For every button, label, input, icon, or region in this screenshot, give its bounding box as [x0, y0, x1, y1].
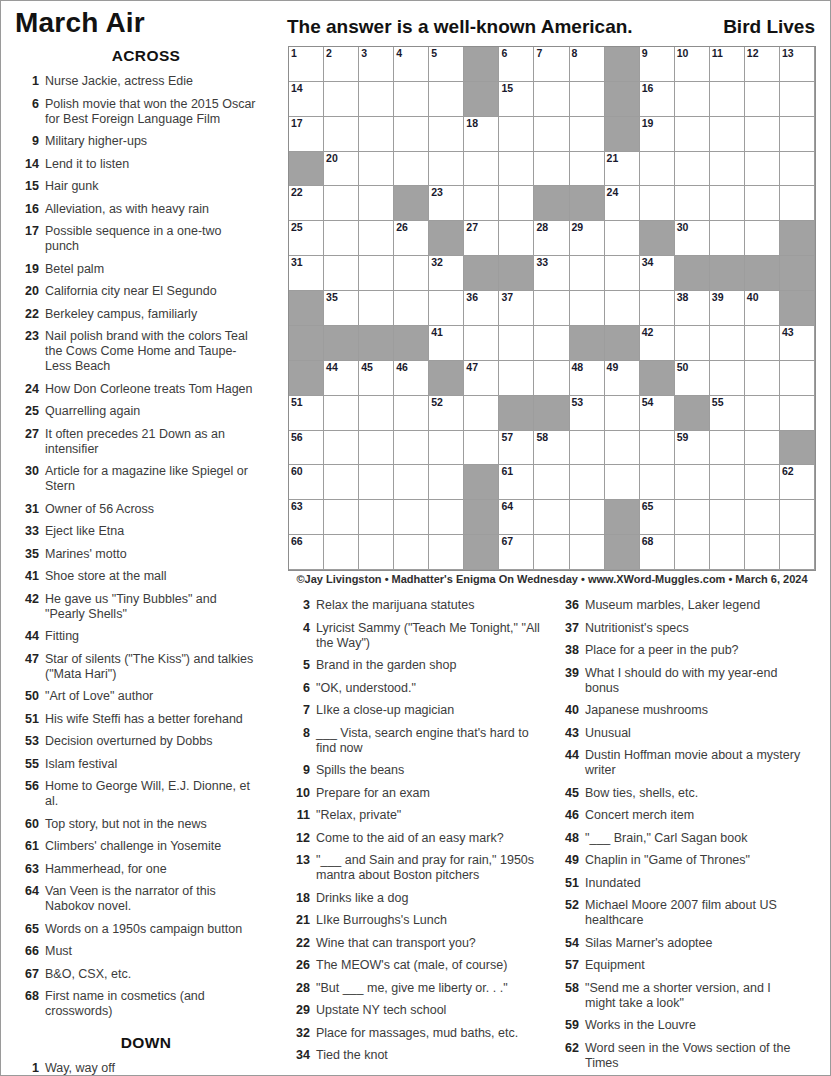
across-clue-column: ACROSS 1Nurse Jackie, actress Edie6Polis… [13, 47, 279, 1076]
grid-cell-r11c5[interactable]: 52 [429, 396, 464, 431]
grid-cell-r13c4[interactable] [394, 465, 429, 500]
grid-cell-r12c14[interactable] [745, 431, 780, 466]
clue-text: Chaplin in "Game of Thrones" [585, 853, 750, 868]
grid-cell-r11c13[interactable]: 55 [710, 396, 745, 431]
grid-cell-r11c9[interactable]: 53 [570, 396, 605, 431]
grid-cell-r3c15[interactable] [780, 117, 815, 152]
grid-cell-r11c14[interactable] [745, 396, 780, 431]
across-clue-63: 63Hammerhead, for one [13, 862, 279, 877]
grid-cell-r1c15[interactable]: 13 [780, 47, 815, 82]
grid-cell-r7c10[interactable] [605, 256, 640, 291]
down-clue-column-middle: 3Relax the marijuana statutes4Lyricist S… [286, 598, 549, 1071]
grid-cell-r10c11-black [640, 361, 675, 396]
across-clue-42: 42He gave us "Tiny Bubbles" and "Pearly … [13, 592, 279, 622]
grid-cell-r13c12[interactable] [675, 465, 710, 500]
cell-number-13: 13 [782, 47, 794, 59]
grid-cell-r10c2[interactable]: 44 [324, 361, 359, 396]
grid-cell-r5c12[interactable] [675, 186, 710, 221]
grid-cell-r11c1[interactable]: 51 [289, 396, 324, 431]
clue-text: Prepare for an exam [316, 786, 430, 801]
grid-cell-r8c5[interactable] [429, 291, 464, 326]
grid-cell-r13c13[interactable] [710, 465, 745, 500]
grid-cell-r7c15-black [780, 256, 815, 291]
grid-cell-r2c12[interactable] [675, 82, 710, 117]
grid-cell-r9c6[interactable] [464, 326, 499, 361]
grid-cell-r2c5[interactable] [429, 82, 464, 117]
grid-cell-r13c7[interactable]: 61 [499, 465, 534, 500]
grid-cell-r13c10[interactable] [605, 465, 640, 500]
grid-cell-r4c9[interactable] [570, 152, 605, 187]
clue-number: 53 [13, 734, 39, 749]
clue-number: 15 [13, 179, 39, 194]
grid-cell-r5c5[interactable]: 23 [429, 186, 464, 221]
grid-cell-r10c15[interactable] [780, 361, 815, 396]
grid-cell-r5c2[interactable] [324, 186, 359, 221]
grid-cell-r12c10[interactable] [605, 431, 640, 466]
grid-cell-r4c6[interactable] [464, 152, 499, 187]
grid-cell-r5c10[interactable]: 24 [605, 186, 640, 221]
clue-text: "OK, understood." [316, 681, 416, 696]
grid-cell-r12c4[interactable] [394, 431, 429, 466]
grid-cell-r13c5[interactable] [429, 465, 464, 500]
grid-cell-r2c13[interactable] [710, 82, 745, 117]
grid-cell-r5c6[interactable] [464, 186, 499, 221]
grid-cell-r1c3[interactable]: 3 [359, 47, 394, 82]
grid-cell-r12c11[interactable] [640, 431, 675, 466]
grid-cell-r8c2[interactable]: 35 [324, 291, 359, 326]
grid-cell-r13c8[interactable] [534, 465, 569, 500]
grid-cell-r9c15[interactable]: 43 [780, 326, 815, 361]
grid-cell-r11c6[interactable] [464, 396, 499, 431]
grid-cell-r8c14[interactable]: 40 [745, 291, 780, 326]
clue-number: 51 [555, 876, 579, 891]
grid-cell-r11c2[interactable] [324, 396, 359, 431]
grid-cell-r10c9[interactable]: 48 [570, 361, 605, 396]
grid-cell-r10c7[interactable] [499, 361, 534, 396]
grid-cell-r3c4[interactable] [394, 117, 429, 152]
grid-cell-r6c4[interactable]: 26 [394, 221, 429, 256]
clue-number: 44 [555, 748, 579, 778]
grid-cell-r3c14[interactable] [745, 117, 780, 152]
grid-cell-r9c7[interactable] [499, 326, 534, 361]
grid-cell-r10c8[interactable] [534, 361, 569, 396]
down-clue-29: 29Upstate NY tech school [286, 1003, 549, 1018]
grid-cell-r3c1[interactable]: 17 [289, 117, 324, 152]
across-clue-50: 50"Art of Love" author [13, 689, 279, 704]
grid-cell-r1c8[interactable]: 7 [534, 47, 569, 82]
clue-number: 17 [13, 224, 39, 254]
grid-cell-r6c13[interactable] [710, 221, 745, 256]
grid-cell-r10c14[interactable] [745, 361, 780, 396]
down-clue-13: 13"___ and Sain and pray for rain," 1950… [286, 853, 549, 883]
grid-cell-r1c9[interactable]: 8 [570, 47, 605, 82]
grid-cell-r5c3[interactable] [359, 186, 394, 221]
cell-number-67: 67 [501, 535, 513, 547]
grid-cell-r1c11[interactable]: 9 [640, 47, 675, 82]
cell-number-8: 8 [572, 47, 578, 59]
down-clue-10: 10Prepare for an exam [286, 786, 549, 801]
cell-number-40: 40 [747, 291, 759, 303]
grid-cell-r14c10-black [605, 500, 640, 535]
clue-text: Berkeley campus, familiarly [45, 307, 197, 322]
grid-cell-r8c1-black [289, 291, 324, 326]
grid-cell-r1c5[interactable]: 5 [429, 47, 464, 82]
grid-cell-r2c4[interactable] [394, 82, 429, 117]
grid-cell-r13c11[interactable] [640, 465, 675, 500]
grid-cell-r8c9[interactable] [570, 291, 605, 326]
grid-cell-r8c12[interactable]: 38 [675, 291, 710, 326]
cell-number-1: 1 [291, 47, 297, 59]
clue-number: 65 [13, 922, 39, 937]
grid-cell-r12c7[interactable]: 57 [499, 431, 534, 466]
clue-text: He gave us "Tiny Bubbles" and "Pearly Sh… [45, 592, 257, 622]
clue-text: Words on a 1950s campaign button [45, 922, 242, 937]
grid-cell-r9c4-black [394, 326, 429, 361]
clue-text: "Art of Love" author [45, 689, 153, 704]
clue-text: First name in cosmetics (and crosswords) [45, 989, 257, 1019]
grid-cell-r14c13[interactable] [710, 500, 745, 535]
grid-cell-r10c6[interactable]: 47 [464, 361, 499, 396]
grid-cell-r11c10[interactable] [605, 396, 640, 431]
grid-cell-r4c10[interactable]: 21 [605, 152, 640, 187]
grid-cell-r4c13[interactable] [710, 152, 745, 187]
down-clue-38: 38Place for a peer in the pub? [555, 643, 828, 658]
grid-cell-r12c9[interactable] [570, 431, 605, 466]
grid-cell-r14c11[interactable]: 65 [640, 500, 675, 535]
grid-cell-r4c5[interactable] [429, 152, 464, 187]
cell-number-53: 53 [572, 396, 584, 408]
down-clue-51: 51Inundated [555, 876, 828, 891]
clue-number: 54 [555, 936, 579, 951]
clue-number: 59 [555, 1018, 579, 1033]
grid-cell-r15c15[interactable] [780, 535, 815, 570]
grid-cell-r5c11[interactable] [640, 186, 675, 221]
grid-cell-r4c14[interactable] [745, 152, 780, 187]
grid-cell-r2c15[interactable] [780, 82, 815, 117]
clue-text: Museum marbles, Laker legend [585, 598, 760, 613]
cell-number-20: 20 [326, 152, 338, 164]
grid-cell-r7c8[interactable]: 33 [534, 256, 569, 291]
grid-cell-r14c4[interactable] [394, 500, 429, 535]
grid-cell-r4c8[interactable] [534, 152, 569, 187]
grid-cell-r9c13[interactable] [710, 326, 745, 361]
clue-text: Lyricist Sammy ("Teach Me Tonight," "All… [316, 621, 542, 651]
grid-cell-r7c5[interactable]: 32 [429, 256, 464, 291]
grid-cell-r10c4[interactable]: 46 [394, 361, 429, 396]
across-clue-27: 27It often precedes 21 Down as an intens… [13, 427, 279, 457]
cell-number-54: 54 [642, 396, 654, 408]
grid-cell-r15c12[interactable] [675, 535, 710, 570]
grid-cell-r11c11[interactable]: 54 [640, 396, 675, 431]
clue-text: Fitting [45, 629, 79, 644]
grid-cell-r12c1[interactable]: 56 [289, 431, 324, 466]
grid-cell-r13c9[interactable] [570, 465, 605, 500]
grid-cell-r1c14[interactable]: 12 [745, 47, 780, 82]
grid-cell-r2c1[interactable]: 14 [289, 82, 324, 117]
grid-cell-r3c3[interactable] [359, 117, 394, 152]
grid-cell-r8c3[interactable] [359, 291, 394, 326]
grid-cell-r5c14[interactable] [745, 186, 780, 221]
grid-cell-r3c6[interactable]: 18 [464, 117, 499, 152]
down-clue-9: 9Spills the beans [286, 763, 549, 778]
grid-cell-r13c14[interactable] [745, 465, 780, 500]
clue-number: 67 [13, 967, 39, 982]
grid-cell-r3c9[interactable] [570, 117, 605, 152]
clue-text: Upstate NY tech school [316, 1003, 446, 1018]
grid-cell-r12c3[interactable] [359, 431, 394, 466]
grid-cell-r5c7[interactable] [499, 186, 534, 221]
grid-cell-r15c3[interactable] [359, 535, 394, 570]
clue-number: 46 [555, 808, 579, 823]
grid-cell-r1c7[interactable]: 6 [499, 47, 534, 82]
clue-number: 4 [286, 621, 310, 651]
across-clue-20: 20California city near El Segundo [13, 284, 279, 299]
grid-cell-r10c12[interactable]: 50 [675, 361, 710, 396]
grid-cell-r2c14[interactable] [745, 82, 780, 117]
grid-cell-r6c14[interactable] [745, 221, 780, 256]
grid-cell-r7c4[interactable] [394, 256, 429, 291]
grid-cell-r13c15[interactable]: 62 [780, 465, 815, 500]
grid-cell-r8c8[interactable] [534, 291, 569, 326]
grid-cell-r2c7[interactable]: 15 [499, 82, 534, 117]
down-clue-7: 7LIke a close-up magician [286, 703, 549, 718]
grid-cell-r7c11[interactable]: 34 [640, 256, 675, 291]
grid-cell-r4c3[interactable] [359, 152, 394, 187]
grid-cell-r2c11[interactable]: 16 [640, 82, 675, 117]
grid-cell-r14c9[interactable] [570, 500, 605, 535]
grid-cell-r13c1[interactable]: 60 [289, 465, 324, 500]
grid-cell-r7c2[interactable] [324, 256, 359, 291]
grid-cell-r13c2[interactable] [324, 465, 359, 500]
clue-number: 51 [13, 712, 39, 727]
grid-cell-r4c7[interactable] [499, 152, 534, 187]
grid-cell-r15c4[interactable] [394, 535, 429, 570]
crossword-grid: 1234567891011121314151617181920212223242… [288, 46, 816, 571]
grid-cell-r5c1[interactable]: 22 [289, 186, 324, 221]
across-clue-16: 16Alleviation, as with heavy rain [13, 202, 279, 217]
down-clue-5: 5Brand in the garden shop [286, 658, 549, 673]
grid-cell-r6c7[interactable] [499, 221, 534, 256]
grid-cell-r1c12[interactable]: 10 [675, 47, 710, 82]
grid-cell-r12c8[interactable]: 58 [534, 431, 569, 466]
clue-text: Hair gunk [45, 179, 99, 194]
grid-cell-r8c4[interactable] [394, 291, 429, 326]
grid-cell-r2c8[interactable] [534, 82, 569, 117]
grid-cell-r2c3[interactable] [359, 82, 394, 117]
clue-number: 66 [13, 944, 39, 959]
cell-number-7: 7 [536, 47, 542, 59]
grid-cell-r10c10[interactable]: 49 [605, 361, 640, 396]
grid-cell-r8c10[interactable] [605, 291, 640, 326]
grid-cell-r15c7[interactable]: 67 [499, 535, 534, 570]
down-clue-12: 12Come to the aid of an easy mark? [286, 831, 549, 846]
grid-cell-r9c9-black [570, 326, 605, 361]
clue-number: 1 [13, 1061, 39, 1076]
grid-cell-r2c2[interactable] [324, 82, 359, 117]
grid-cell-r9c11[interactable]: 42 [640, 326, 675, 361]
grid-cell-r9c12[interactable] [675, 326, 710, 361]
cell-number-36: 36 [466, 291, 478, 303]
clue-text: "___ and Sain and pray for rain," 1950s … [316, 853, 542, 883]
grid-cell-r12c6[interactable] [464, 431, 499, 466]
grid-cell-r14c3[interactable] [359, 500, 394, 535]
down-clue-26: 26The MEOW's cat (male, of course) [286, 958, 549, 973]
grid-cell-r8c6[interactable]: 36 [464, 291, 499, 326]
grid-cell-r6c3[interactable] [359, 221, 394, 256]
clue-text: Come to the aid of an easy mark? [316, 831, 504, 846]
cell-number-58: 58 [536, 431, 548, 443]
grid-cell-r1c13[interactable]: 11 [710, 47, 745, 82]
across-clue-51: 51His wife Steffi has a better forehand [13, 712, 279, 727]
grid-cell-r12c2[interactable] [324, 431, 359, 466]
grid-cell-r6c6[interactable]: 27 [464, 221, 499, 256]
clue-number: 63 [13, 862, 39, 877]
grid-cell-r6c1[interactable]: 25 [289, 221, 324, 256]
grid-cell-r9c2-black [324, 326, 359, 361]
grid-cell-r2c6-black [464, 82, 499, 117]
grid-cell-r15c8[interactable] [534, 535, 569, 570]
clue-number: 38 [555, 643, 579, 658]
grid-cell-r9c8[interactable] [534, 326, 569, 361]
grid-cell-r14c1[interactable]: 63 [289, 500, 324, 535]
grid-cell-r3c13[interactable] [710, 117, 745, 152]
cell-number-57: 57 [501, 431, 513, 443]
grid-cell-r15c1[interactable]: 66 [289, 535, 324, 570]
clue-number: 19 [13, 262, 39, 277]
clue-text: His wife Steffi has a better forehand [45, 712, 243, 727]
grid-cell-r9c10-black [605, 326, 640, 361]
grid-cell-r15c6-black [464, 535, 499, 570]
grid-cell-r4c12[interactable] [675, 152, 710, 187]
clue-text: Brand in the garden shop [316, 658, 456, 673]
clue-number: 26 [286, 958, 310, 973]
grid-cell-r15c10-black [605, 535, 640, 570]
grid-cell-r15c5[interactable] [429, 535, 464, 570]
clue-text: Place for a peer in the pub? [585, 643, 739, 658]
cell-number-34: 34 [642, 256, 654, 268]
grid-cell-r11c15[interactable] [780, 396, 815, 431]
grid-cell-r6c8[interactable]: 28 [534, 221, 569, 256]
grid-cell-r15c13[interactable] [710, 535, 745, 570]
grid-cell-r6c9[interactable]: 29 [570, 221, 605, 256]
cell-number-5: 5 [431, 47, 437, 59]
grid-cell-r5c13[interactable] [710, 186, 745, 221]
clue-number: 25 [13, 404, 39, 419]
grid-cell-r10c3[interactable]: 45 [359, 361, 394, 396]
grid-cell-r15c11[interactable]: 68 [640, 535, 675, 570]
grid-cell-r14c15[interactable] [780, 500, 815, 535]
grid-cell-r12c12[interactable]: 59 [675, 431, 710, 466]
grid-cell-r5c15[interactable] [780, 186, 815, 221]
clue-number: 68 [13, 989, 39, 1019]
grid-cell-r4c2[interactable]: 20 [324, 152, 359, 187]
cell-number-35: 35 [326, 291, 338, 303]
clue-number: 12 [286, 831, 310, 846]
cell-number-65: 65 [642, 500, 654, 512]
grid-cell-r8c11[interactable] [640, 291, 675, 326]
grid-cell-r12c13[interactable] [710, 431, 745, 466]
clue-number: 20 [13, 284, 39, 299]
grid-cell-r7c9[interactable] [570, 256, 605, 291]
grid-cell-r3c7[interactable] [499, 117, 534, 152]
down-clue-58: 58"Send me a shorter version, and I migh… [555, 981, 828, 1011]
puzzle-instruction: The answer is a well-known American. [287, 16, 633, 38]
grid-cell-r10c13[interactable] [710, 361, 745, 396]
grid-cell-r3c11[interactable]: 19 [640, 117, 675, 152]
grid-cell-r9c14[interactable] [745, 326, 780, 361]
grid-cell-r3c12[interactable] [675, 117, 710, 152]
grid-cell-r10c1-black [289, 361, 324, 396]
clue-text: Bow ties, shells, etc. [585, 786, 698, 801]
clue-text: Relax the marijuana statutes [316, 598, 474, 613]
grid-cell-r1c2[interactable]: 2 [324, 47, 359, 82]
cell-number-52: 52 [431, 396, 443, 408]
grid-cell-r14c2[interactable] [324, 500, 359, 535]
cell-number-6: 6 [501, 47, 507, 59]
grid-cell-r13c3[interactable] [359, 465, 394, 500]
cell-number-31: 31 [291, 256, 303, 268]
clue-number: 18 [286, 891, 310, 906]
grid-cell-r15c2[interactable] [324, 535, 359, 570]
grid-cell-r11c4[interactable] [394, 396, 429, 431]
grid-cell-r1c4[interactable]: 4 [394, 47, 429, 82]
grid-cell-r15c9[interactable] [570, 535, 605, 570]
across-clue-31: 31Owner of 56 Across [13, 502, 279, 517]
grid-cell-r8c7[interactable]: 37 [499, 291, 534, 326]
grid-cell-r3c5[interactable] [429, 117, 464, 152]
grid-cell-r14c14[interactable] [745, 500, 780, 535]
grid-cell-r4c11[interactable] [640, 152, 675, 187]
down-clue-3: 3Relax the marijuana statutes [286, 598, 549, 613]
down-clue-48: 48"___ Brain," Carl Sagan book [555, 831, 828, 846]
grid-cell-r6c10[interactable] [605, 221, 640, 256]
grid-cell-r7c3[interactable] [359, 256, 394, 291]
cell-number-12: 12 [747, 47, 759, 59]
grid-cell-r6c12[interactable]: 30 [675, 221, 710, 256]
grid-cell-r6c2[interactable] [324, 221, 359, 256]
grid-cell-r7c1[interactable]: 31 [289, 256, 324, 291]
down-clue-6: 6"OK, understood." [286, 681, 549, 696]
grid-cell-r15c14[interactable] [745, 535, 780, 570]
cell-number-60: 60 [291, 465, 303, 477]
grid-cell-r4c15[interactable] [780, 152, 815, 187]
across-clue-15: 15Hair gunk [13, 179, 279, 194]
down-clue-54: 54Silas Marner's adoptee [555, 936, 828, 951]
cell-number-33: 33 [536, 256, 548, 268]
cell-number-23: 23 [431, 186, 443, 198]
clue-number: 28 [286, 981, 310, 996]
across-clue-53: 53Decision overturned by Dobbs [13, 734, 279, 749]
grid-cell-r14c5[interactable] [429, 500, 464, 535]
clue-text: "But ___ me, give me liberty or. . ." [316, 981, 508, 996]
down-clue-8: 8___ Vista, search engine that's hard to… [286, 726, 549, 756]
grid-cell-r1c1[interactable]: 1 [289, 47, 324, 82]
grid-cell-r3c2[interactable] [324, 117, 359, 152]
grid-cell-r9c5[interactable]: 41 [429, 326, 464, 361]
grid-cell-r4c4[interactable] [394, 152, 429, 187]
grid-cell-r14c12[interactable] [675, 500, 710, 535]
grid-cell-r3c8[interactable] [534, 117, 569, 152]
clue-number: 56 [13, 779, 39, 809]
grid-cell-r2c9[interactable] [570, 82, 605, 117]
grid-cell-r8c13[interactable]: 39 [710, 291, 745, 326]
grid-cell-r14c7[interactable]: 64 [499, 500, 534, 535]
clue-number: 64 [13, 884, 39, 914]
grid-cell-r11c3[interactable] [359, 396, 394, 431]
across-clue-41: 41Shoe store at the mall [13, 569, 279, 584]
grid-cell-r14c8[interactable] [534, 500, 569, 535]
grid-cell-r12c5[interactable] [429, 431, 464, 466]
